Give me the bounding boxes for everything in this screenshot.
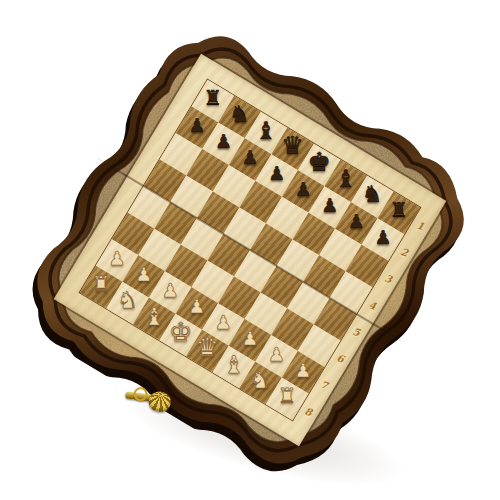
piece-white-pawn[interactable]: ♟ bbox=[188, 297, 205, 316]
piece-white-bishop[interactable]: ♝ bbox=[143, 304, 165, 328]
piece-white-queen[interactable]: ♛ bbox=[196, 335, 218, 360]
piece-black-queen[interactable]: ♛ bbox=[281, 134, 303, 159]
piece-white-pawn[interactable]: ♟ bbox=[135, 265, 152, 284]
piece-white-pawn[interactable]: ♟ bbox=[215, 313, 232, 332]
piece-white-knight[interactable]: ♞ bbox=[250, 369, 271, 392]
piece-white-bishop[interactable]: ♝ bbox=[223, 352, 245, 376]
piece-white-rook[interactable]: ♜ bbox=[278, 386, 297, 407]
piece-black-pawn[interactable]: ♟ bbox=[348, 212, 365, 231]
piece-black-pawn[interactable]: ♟ bbox=[321, 196, 338, 215]
piece-white-rook[interactable]: ♜ bbox=[92, 274, 111, 295]
piece-black-knight[interactable]: ♞ bbox=[362, 183, 383, 206]
piece-black-knight[interactable]: ♞ bbox=[229, 103, 250, 126]
piece-black-pawn[interactable]: ♟ bbox=[374, 228, 391, 247]
maple-border-strip: ♜♞♝♛♚♝♞♜♟♟♟♟♟♟♟♟♟♟♟♟♟♟♟♟♜♞♝♚♛♝♞♜ 1234567… bbox=[54, 54, 446, 446]
chess-box: ♜♞♝♛♚♝♞♜♟♟♟♟♟♟♟♟♟♟♟♟♟♟♟♟♜♞♝♚♛♝♞♜ 1234567… bbox=[0, 0, 499, 499]
piece-white-king[interactable]: ♚ bbox=[169, 319, 192, 345]
piece-black-pawn[interactable]: ♟ bbox=[268, 164, 285, 183]
piece-black-pawn[interactable]: ♟ bbox=[295, 180, 312, 199]
piece-white-knight[interactable]: ♞ bbox=[117, 289, 138, 312]
piece-white-pawn[interactable]: ♟ bbox=[295, 361, 312, 380]
piece-black-bishop[interactable]: ♝ bbox=[255, 118, 277, 142]
piece-white-pawn[interactable]: ♟ bbox=[162, 281, 179, 300]
piece-white-pawn[interactable]: ♟ bbox=[268, 345, 285, 364]
piece-black-rook[interactable]: ♜ bbox=[203, 88, 222, 109]
piece-white-pawn[interactable]: ♟ bbox=[109, 249, 126, 268]
piece-black-king[interactable]: ♚ bbox=[308, 149, 331, 175]
piece-black-pawn[interactable]: ♟ bbox=[215, 132, 232, 151]
piece-black-pawn[interactable]: ♟ bbox=[242, 148, 259, 167]
piece-black-pawn[interactable]: ♟ bbox=[188, 116, 205, 135]
piece-white-pawn[interactable]: ♟ bbox=[241, 329, 258, 348]
piece-black-rook[interactable]: ♜ bbox=[389, 200, 408, 221]
clasp-shell-icon bbox=[148, 391, 172, 414]
piece-black-bishop[interactable]: ♝ bbox=[335, 166, 357, 190]
product-photo: ♜♞♝♛♚♝♞♜♟♟♟♟♟♟♟♟♟♟♟♟♟♟♟♟♜♞♝♚♛♝♞♜ 1234567… bbox=[0, 0, 500, 500]
